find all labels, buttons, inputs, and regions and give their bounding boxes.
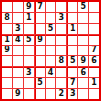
cell-r2c2[interactable] [13, 13, 23, 23]
cell-r6c2[interactable] [13, 56, 23, 66]
cell-r6c6[interactable]: 8 [56, 56, 66, 66]
cell-r4c2[interactable]: 4 [13, 35, 23, 45]
cell-r3c2[interactable]: 3 [13, 24, 23, 34]
cell-r4c8[interactable] [78, 35, 88, 45]
cell-r5c1[interactable]: 9 [2, 46, 12, 56]
cell-r6c7[interactable]: 5 [67, 56, 77, 66]
cell-r9c8[interactable] [78, 89, 88, 99]
cell-r2c9[interactable] [89, 13, 99, 23]
cell-r1c8[interactable]: 5 [78, 2, 88, 12]
cell-r8c2[interactable] [13, 78, 23, 88]
cell-r4c7[interactable] [67, 35, 77, 45]
cell-r2c6[interactable]: 3 [56, 13, 66, 23]
cell-r6c4[interactable] [35, 56, 45, 66]
cell-r9c2[interactable]: 9 [13, 89, 23, 99]
cell-r4c4[interactable]: 9 [35, 35, 45, 45]
cell-r9c9[interactable] [89, 89, 99, 99]
cell-r8c7[interactable]: 7 [67, 78, 77, 88]
cell-r3c4[interactable] [35, 24, 45, 34]
cell-r5c9[interactable]: 7 [89, 46, 99, 56]
cell-r3c6[interactable] [56, 24, 66, 34]
cell-r8c1[interactable] [2, 78, 12, 88]
cell-r6c8[interactable]: 9 [78, 56, 88, 66]
cell-r5c6[interactable] [56, 46, 66, 56]
cell-r6c9[interactable]: 6 [89, 56, 99, 66]
cell-r5c5[interactable] [46, 46, 56, 56]
cell-r6c1[interactable] [2, 56, 12, 66]
cell-r9c1[interactable] [2, 89, 12, 99]
cell-r3c9[interactable] [89, 24, 99, 34]
cell-r4c9[interactable] [89, 35, 99, 45]
cell-r1c3[interactable]: 9 [24, 2, 34, 12]
cell-r6c5[interactable] [46, 56, 56, 66]
cell-r9c7[interactable]: 3 [67, 89, 77, 99]
cell-r2c7[interactable] [67, 13, 77, 23]
cell-r1c4[interactable]: 7 [35, 2, 45, 12]
cell-r1c2[interactable] [13, 2, 23, 12]
cell-r5c3[interactable] [24, 46, 34, 56]
cell-r9c6[interactable]: 2 [56, 89, 66, 99]
cell-r8c8[interactable] [78, 78, 88, 88]
cell-r3c1[interactable] [2, 24, 12, 34]
cell-r9c4[interactable] [35, 89, 45, 99]
cell-r3c8[interactable] [78, 24, 88, 34]
cell-r7c1[interactable] [2, 67, 12, 77]
cell-r8c9[interactable]: 1 [89, 78, 99, 88]
cell-r7c9[interactable] [89, 67, 99, 77]
cell-r2c1[interactable]: 8 [2, 13, 12, 23]
cell-r9c5[interactable] [46, 89, 56, 99]
cell-r2c8[interactable] [78, 13, 88, 23]
cell-r7c2[interactable] [13, 67, 23, 77]
sudoku-board: 9758133511459978596346571923 [0, 0, 101, 101]
cell-r7c4[interactable] [35, 67, 45, 77]
cell-r3c5[interactable]: 5 [46, 24, 56, 34]
cell-r5c8[interactable] [78, 46, 88, 56]
cell-r5c2[interactable] [13, 46, 23, 56]
cell-r5c7[interactable] [67, 46, 77, 56]
cell-r7c3[interactable]: 3 [24, 67, 34, 77]
cell-r3c7[interactable]: 1 [67, 24, 77, 34]
cell-r3c3[interactable] [24, 24, 34, 34]
cell-r4c6[interactable] [56, 35, 66, 45]
cell-r4c1[interactable]: 1 [2, 35, 12, 45]
cell-r4c5[interactable] [46, 35, 56, 45]
cell-r2c4[interactable] [35, 13, 45, 23]
cell-r1c7[interactable] [67, 2, 77, 12]
cell-r1c6[interactable] [56, 2, 66, 12]
cell-r5c4[interactable] [35, 46, 45, 56]
cell-r8c5[interactable] [46, 78, 56, 88]
cell-r7c8[interactable]: 6 [78, 67, 88, 77]
cell-r1c9[interactable] [89, 2, 99, 12]
cell-r7c7[interactable] [67, 67, 77, 77]
cell-r2c3[interactable]: 1 [24, 13, 34, 23]
cell-r1c5[interactable] [46, 2, 56, 12]
cell-r7c5[interactable]: 4 [46, 67, 56, 77]
cell-r4c3[interactable]: 5 [24, 35, 34, 45]
cell-r2c5[interactable] [46, 13, 56, 23]
cell-r8c6[interactable] [56, 78, 66, 88]
cell-r8c4[interactable]: 5 [35, 78, 45, 88]
cell-r9c3[interactable] [24, 89, 34, 99]
cell-r7c6[interactable] [56, 67, 66, 77]
cell-r1c1[interactable] [2, 2, 12, 12]
cell-r6c3[interactable] [24, 56, 34, 66]
cell-r8c3[interactable] [24, 78, 34, 88]
